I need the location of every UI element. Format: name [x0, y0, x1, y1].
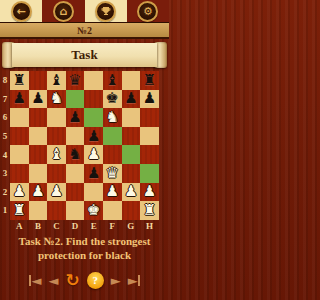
- board-grid: 8♜♝♛♝♜7♟♟♞♚♟♟6♟♞5♟4♝♞♟3♟♛2♟♟♟♟♟♟1♜♚♜: [0, 71, 169, 220]
- rank-label: 1: [0, 201, 10, 220]
- square-h1[interactable]: ♜: [140, 201, 159, 220]
- back-button[interactable]: ←: [0, 0, 42, 22]
- back-icon: ←: [11, 1, 32, 22]
- square-f3[interactable]: ♛: [103, 164, 122, 183]
- rank-label: 5: [0, 127, 10, 146]
- square-e5[interactable]: ♟: [84, 127, 103, 146]
- file-label: F: [103, 220, 122, 233]
- square-c4[interactable]: ♝: [47, 145, 66, 164]
- white-pawn: ♟: [13, 184, 26, 199]
- square-c3[interactable]: [47, 164, 66, 183]
- black-rook: ♜: [13, 73, 26, 88]
- white-pawn: ♟: [50, 184, 63, 199]
- square-a8[interactable]: ♜: [10, 71, 29, 90]
- step-back-arrow-icon: ◄: [48, 274, 58, 287]
- board-row: 6♟♞: [0, 108, 169, 127]
- to-end-bar-icon: [138, 275, 140, 286]
- board-row: 4♝♞♟: [0, 145, 169, 164]
- board-row: 1♜♚♜: [0, 201, 169, 220]
- to-end-arrow-icon: ►: [128, 274, 138, 287]
- white-bishop: ♝: [50, 147, 63, 162]
- square-g1[interactable]: [122, 201, 141, 220]
- square-e4[interactable]: ♟: [84, 145, 103, 164]
- square-b8[interactable]: [29, 71, 48, 90]
- file-label: E: [84, 220, 103, 233]
- square-h4[interactable]: [140, 145, 159, 164]
- black-pawn: ♟: [124, 91, 137, 106]
- white-pawn: ♟: [87, 147, 100, 162]
- step-forward-arrow-icon: ►: [111, 274, 121, 287]
- square-f5[interactable]: [103, 127, 122, 146]
- board-row: 7♟♟♞♚♟♟: [0, 90, 169, 109]
- top-bar: ← ⌂ ⚙: [0, 0, 169, 22]
- square-h5[interactable]: [140, 127, 159, 146]
- black-king: ♚: [106, 91, 119, 106]
- square-c5[interactable]: [47, 127, 66, 146]
- gear-icon: ⚙: [137, 1, 158, 22]
- square-d2[interactable]: [66, 183, 85, 202]
- square-d8[interactable]: ♛: [66, 71, 85, 90]
- white-queen: ♛: [106, 166, 119, 181]
- white-pawn: ♟: [124, 184, 137, 199]
- square-a2[interactable]: ♟: [10, 183, 29, 202]
- black-bishop: ♝: [106, 73, 119, 88]
- square-f4[interactable]: [103, 145, 122, 164]
- home-icon: ⌂: [53, 1, 74, 22]
- board-row: 8♜♝♛♝♜: [0, 71, 169, 90]
- square-c7[interactable]: ♞: [47, 90, 66, 109]
- file-label: D: [66, 220, 85, 233]
- trophy-button[interactable]: [85, 0, 127, 22]
- square-d5[interactable]: [66, 127, 85, 146]
- settings-button[interactable]: ⚙: [127, 0, 169, 22]
- square-e3[interactable]: ♟: [84, 164, 103, 183]
- square-b1[interactable]: [29, 201, 48, 220]
- square-c1[interactable]: [47, 201, 66, 220]
- square-a1[interactable]: ♜: [10, 201, 29, 220]
- square-b6[interactable]: [29, 108, 48, 127]
- rank-label: 8: [0, 71, 10, 90]
- square-c8[interactable]: ♝: [47, 71, 66, 90]
- square-a4[interactable]: [10, 145, 29, 164]
- task-description: Task №2. Find the strongest protection f…: [0, 235, 169, 263]
- trophy-icon: [95, 1, 116, 22]
- square-g7[interactable]: ♟: [122, 90, 141, 109]
- white-king: ♚: [87, 203, 100, 218]
- square-b2[interactable]: ♟: [29, 183, 48, 202]
- square-h2[interactable]: ♟: [140, 183, 159, 202]
- square-e1[interactable]: ♚: [84, 201, 103, 220]
- square-b4[interactable]: [29, 145, 48, 164]
- black-bishop: ♝: [50, 73, 63, 88]
- black-pawn: ♟: [68, 110, 81, 125]
- square-h6[interactable]: [140, 108, 159, 127]
- square-c2[interactable]: ♟: [47, 183, 66, 202]
- white-rook: ♜: [143, 203, 156, 218]
- square-g4[interactable]: [122, 145, 141, 164]
- to-start-arrow-icon: ◄: [31, 274, 41, 287]
- square-a6[interactable]: [10, 108, 29, 127]
- black-pawn: ♟: [87, 129, 100, 144]
- board-row: 5♟: [0, 127, 169, 146]
- square-b7[interactable]: ♟: [29, 90, 48, 109]
- square-g5[interactable]: [122, 127, 141, 146]
- white-pawn: ♟: [143, 184, 156, 199]
- file-label: B: [29, 220, 48, 233]
- square-e7[interactable]: [84, 90, 103, 109]
- board-row: 3♟♛: [0, 164, 169, 183]
- square-h7[interactable]: ♟: [140, 90, 159, 109]
- square-g3[interactable]: [122, 164, 141, 183]
- square-d3[interactable]: [66, 164, 85, 183]
- black-pawn: ♟: [143, 91, 156, 106]
- bottom-toolbar: ◄ ◄ ↻ ? ► ►: [0, 268, 169, 292]
- square-g2[interactable]: ♟: [122, 183, 141, 202]
- square-a5[interactable]: [10, 127, 29, 146]
- square-e6[interactable]: [84, 108, 103, 127]
- square-d1[interactable]: [66, 201, 85, 220]
- square-b3[interactable]: [29, 164, 48, 183]
- square-d4[interactable]: ♞: [66, 145, 85, 164]
- rank-label: 2: [0, 183, 10, 202]
- black-rook: ♜: [143, 73, 156, 88]
- white-rook: ♜: [13, 203, 26, 218]
- question-mark-icon: ?: [92, 274, 98, 286]
- square-d7[interactable]: [66, 90, 85, 109]
- rank-label: 6: [0, 108, 10, 127]
- file-label: G: [122, 220, 141, 233]
- square-g6[interactable]: [122, 108, 141, 127]
- home-button[interactable]: ⌂: [42, 0, 84, 22]
- file-label: H: [140, 220, 159, 233]
- square-c6[interactable]: [47, 108, 66, 127]
- square-e8[interactable]: [84, 71, 103, 90]
- to-end-button[interactable]: ►: [128, 274, 140, 287]
- square-f6[interactable]: ♞: [103, 108, 122, 127]
- square-b5[interactable]: [29, 127, 48, 146]
- black-pawn: ♟: [13, 91, 26, 106]
- rank-label: 7: [0, 90, 10, 109]
- white-pawn: ♟: [31, 184, 44, 199]
- rank-label: 3: [0, 164, 10, 183]
- square-f7[interactable]: ♚: [103, 90, 122, 109]
- rank-label: 4: [0, 145, 10, 164]
- task-banner: Task: [2, 42, 167, 68]
- board-row: 2♟♟♟♟♟♟: [0, 183, 169, 202]
- white-knight: ♞: [50, 91, 63, 106]
- square-h8[interactable]: ♜: [140, 71, 159, 90]
- hint-button[interactable]: ?: [87, 272, 104, 289]
- task-number: №2: [77, 25, 92, 36]
- restart-button[interactable]: ↻: [65, 272, 79, 289]
- to-start-button[interactable]: ◄: [29, 274, 41, 287]
- task-number-strip: №2: [0, 22, 169, 39]
- black-pawn: ♟: [87, 166, 100, 181]
- square-d6[interactable]: ♟: [66, 108, 85, 127]
- step-forward-button[interactable]: ►: [111, 274, 121, 287]
- refresh-icon: ↻: [65, 270, 79, 290]
- square-f8[interactable]: ♝: [103, 71, 122, 90]
- file-labels: ABCDEFGH: [10, 220, 169, 233]
- square-f2[interactable]: ♟: [103, 183, 122, 202]
- square-a3[interactable]: [10, 164, 29, 183]
- chess-board: 8♜♝♛♝♜7♟♟♞♚♟♟6♟♞5♟4♝♞♟3♟♛2♟♟♟♟♟♟1♜♚♜ ABC…: [0, 71, 169, 233]
- white-knight: ♞: [106, 110, 119, 125]
- white-pawn: ♟: [106, 184, 119, 199]
- black-queen: ♛: [68, 73, 81, 88]
- black-pawn: ♟: [31, 91, 44, 106]
- square-a7[interactable]: ♟: [10, 90, 29, 109]
- banner-title: Task: [12, 43, 157, 67]
- square-e2[interactable]: [84, 183, 103, 202]
- square-f1[interactable]: [103, 201, 122, 220]
- square-g8[interactable]: [122, 71, 141, 90]
- file-label: A: [10, 220, 29, 233]
- file-label: C: [47, 220, 66, 233]
- black-knight: ♞: [68, 147, 81, 162]
- step-back-button[interactable]: ◄: [48, 274, 58, 287]
- square-h3[interactable]: [140, 164, 159, 183]
